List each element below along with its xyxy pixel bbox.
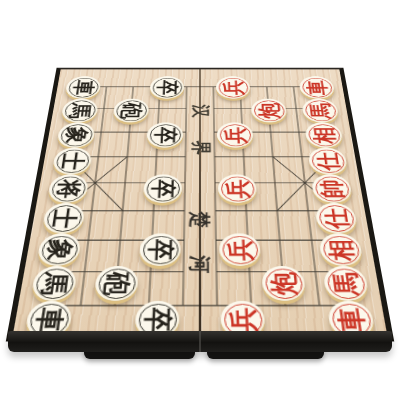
piece-glyph: 仕 (322, 208, 351, 228)
piece-red-horse[interactable]: 馬 (301, 99, 339, 123)
piece-glyph: 砲 (102, 272, 132, 295)
piece-glyph: 卒 (142, 307, 172, 332)
piece-red-general[interactable]: 帥 (311, 174, 353, 203)
piece-glyph: 卒 (155, 80, 178, 95)
piece-glyph: 士 (49, 208, 78, 228)
piece-glyph: 兵 (224, 179, 250, 198)
piece-black-cannon[interactable]: 砲 (113, 99, 150, 123)
piece-glyph: 象 (63, 127, 89, 144)
piece-glyph: 馬 (308, 103, 333, 119)
piece-black-soldier[interactable]: 卒 (149, 76, 184, 98)
piece-glyph: 帥 (318, 179, 346, 198)
piece-glyph: 車 (33, 307, 65, 332)
piece-black-soldier[interactable]: 卒 (139, 233, 181, 266)
piece-black-horse[interactable]: 馬 (60, 99, 98, 123)
piece-red-elephant[interactable]: 相 (318, 233, 364, 266)
piece-glyph: 卒 (153, 127, 177, 144)
piece-glyph: 象 (44, 239, 74, 260)
piece-glyph: 相 (311, 127, 337, 144)
xiangqi-board: 汉界楚河 車卒兵車馬砲炮馬象卒兵相士仕将卒兵帥士仕象卒兵相馬砲炮馬車卒兵車 (6, 68, 394, 342)
piece-glyph: 炮 (269, 272, 299, 295)
piece-red-advisor[interactable]: 仕 (307, 148, 348, 175)
piece-glyph: 士 (59, 152, 86, 170)
piece-red-advisor[interactable]: 仕 (314, 203, 358, 233)
piece-glyph: 兵 (223, 127, 247, 144)
piece-glyph: 馬 (67, 103, 92, 119)
piece-glyph: 兵 (226, 239, 254, 260)
piece-red-horse[interactable]: 馬 (322, 266, 369, 301)
piece-black-chariot[interactable]: 車 (64, 76, 101, 98)
piece-red-elephant[interactable]: 相 (304, 122, 344, 147)
piece-glyph: 馬 (39, 272, 70, 295)
piece-black-horse[interactable]: 馬 (30, 266, 77, 301)
river-label-4: 河 (189, 255, 211, 273)
piece-black-soldier[interactable]: 卒 (143, 174, 182, 203)
piece-glyph: 将 (54, 179, 82, 198)
piece-black-advisor[interactable]: 士 (42, 203, 86, 233)
piece-black-cannon[interactable]: 砲 (94, 266, 139, 301)
piece-glyph: 卒 (146, 239, 174, 260)
piece-red-cannon[interactable]: 炮 (251, 99, 288, 123)
piece-glyph: 馬 (330, 272, 361, 295)
piece-glyph: 相 (326, 239, 356, 260)
piece-red-cannon[interactable]: 炮 (261, 266, 306, 301)
piece-red-soldier[interactable]: 兵 (217, 122, 254, 147)
piece-black-soldier[interactable]: 卒 (146, 122, 183, 147)
piece-red-soldier[interactable]: 兵 (216, 76, 251, 98)
piece-red-chariot[interactable]: 車 (298, 76, 335, 98)
piece-glyph: 砲 (119, 103, 143, 119)
piece-glyph: 兵 (228, 307, 258, 332)
piece-red-soldier[interactable]: 兵 (218, 174, 257, 203)
product-photo: 汉界楚河 車卒兵車馬砲炮馬象卒兵相士仕将卒兵帥士仕象卒兵相馬砲炮馬車卒兵車 (0, 0, 400, 400)
piece-black-advisor[interactable]: 士 (52, 148, 93, 175)
piece-glyph: 車 (71, 80, 95, 95)
piece-glyph: 卒 (150, 179, 176, 198)
board-base-edge (8, 331, 392, 352)
piece-glyph: 兵 (222, 80, 245, 95)
piece-glyph: 車 (305, 80, 329, 95)
piece-black-general[interactable]: 将 (47, 174, 89, 203)
river-label-3: 楚 (190, 211, 211, 227)
piece-glyph: 炮 (257, 103, 281, 119)
river-label-2: 界 (190, 141, 210, 155)
piece-red-soldier[interactable]: 兵 (219, 233, 261, 266)
piece-glyph: 仕 (314, 152, 341, 170)
piece-black-elephant[interactable]: 象 (56, 122, 96, 147)
piece-glyph: 車 (335, 307, 367, 332)
river-label-1: 汉 (190, 105, 209, 118)
piece-black-elephant[interactable]: 象 (36, 233, 82, 266)
